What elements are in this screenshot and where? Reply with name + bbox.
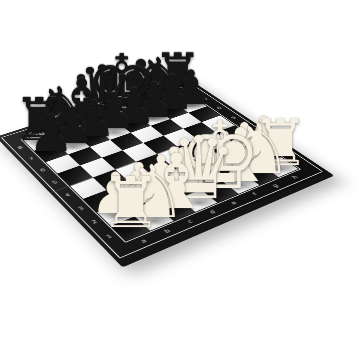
scene: abcdefgh abcdefgh 87654321 87654321 ♜♞♝♛… [0,0,360,360]
white-rook-a1[interactable]: ♜ [99,168,162,238]
black-pawn-a7[interactable]: ♟ [28,109,73,159]
